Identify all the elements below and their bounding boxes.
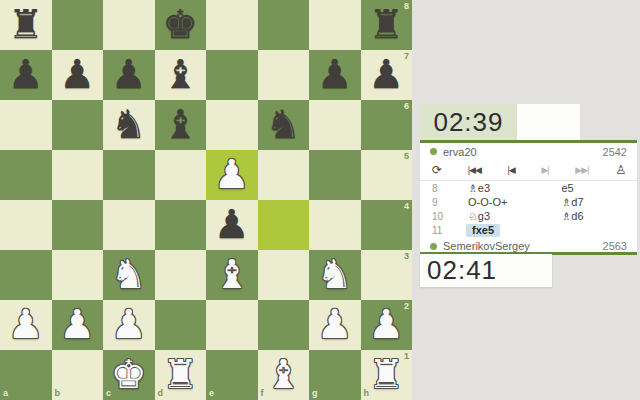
move-10-white[interactable]: ♘g3: [450, 210, 544, 223]
rank-label-6: 6: [404, 102, 409, 111]
white-rook-d1[interactable]: ♜: [155, 350, 207, 400]
first-move-icon[interactable]: |◀◀: [468, 165, 481, 175]
square-f6[interactable]: ♞: [258, 100, 310, 150]
black-knight-c6[interactable]: ♞: [103, 100, 155, 150]
move-11-white[interactable]: fxe5: [454, 224, 566, 236]
square-a4[interactable]: [0, 200, 52, 250]
black-pawn-h7[interactable]: ♟: [361, 50, 413, 100]
square-b3[interactable]: [52, 250, 104, 300]
white-pawn-e5[interactable]: ♟: [206, 150, 258, 200]
square-c4[interactable]: [103, 200, 155, 250]
white-knight-c3[interactable]: ♞: [103, 250, 155, 300]
white-pawn-b2[interactable]: ♟: [52, 300, 104, 350]
white-pawn-g2[interactable]: ♟: [309, 300, 361, 350]
top-player-clock: 02:39: [420, 104, 580, 140]
rank-label-5: 5: [404, 152, 409, 161]
square-b5[interactable]: [52, 150, 104, 200]
square-g7[interactable]: ♟: [309, 50, 361, 100]
square-h4[interactable]: 4: [361, 200, 413, 250]
move-8-white[interactable]: ♗e3: [450, 182, 544, 195]
square-d5[interactable]: [155, 150, 207, 200]
flip-board-icon[interactable]: ⟳: [432, 163, 441, 177]
online-status-dot: [430, 243, 437, 250]
white-pawn-h2[interactable]: ♟: [361, 300, 413, 350]
top-clock-time: 02:39: [420, 104, 517, 140]
square-g3[interactable]: ♞: [309, 250, 361, 300]
square-d2[interactable]: [155, 300, 207, 350]
bottom-player-clock: 02:41: [420, 254, 552, 287]
black-rook-a8[interactable]: ♜: [0, 0, 52, 50]
rank-label-3: 3: [404, 252, 409, 261]
top-player-rating: 2542: [603, 146, 627, 158]
square-h2[interactable]: 2♟: [361, 300, 413, 350]
rank-label-4: 4: [404, 202, 409, 211]
square-g1[interactable]: g: [309, 350, 361, 400]
last-move-icon[interactable]: ▶▶|: [575, 165, 588, 175]
square-e5[interactable]: ♟: [206, 150, 258, 200]
white-pawn-a2[interactable]: ♟: [0, 300, 52, 350]
square-e7[interactable]: [206, 50, 258, 100]
square-f8[interactable]: [258, 0, 310, 50]
square-b7[interactable]: ♟: [52, 50, 104, 100]
move-8-black[interactable]: e5: [543, 182, 637, 194]
square-c1[interactable]: c♚: [103, 350, 155, 400]
square-e1[interactable]: e: [206, 350, 258, 400]
online-status-dot: [430, 148, 437, 155]
square-h3[interactable]: 3: [361, 250, 413, 300]
square-a6[interactable]: [0, 100, 52, 150]
square-f5[interactable]: [258, 150, 310, 200]
white-king-c1[interactable]: ♚: [103, 350, 155, 400]
square-d4[interactable]: [155, 200, 207, 250]
square-c5[interactable]: [103, 150, 155, 200]
move-list: 8♗e3e59O-O-O+♗d710♘g3♗d611fxe5: [420, 181, 637, 238]
bottom-player-rating: 2563: [603, 240, 627, 252]
square-h1[interactable]: 1h♜: [361, 350, 413, 400]
move-navigation-toolbar: ⟳|◀◀|◀▶|▶▶|♙: [420, 160, 637, 181]
square-d3[interactable]: [155, 250, 207, 300]
white-pawn-c2[interactable]: ♟: [103, 300, 155, 350]
square-f3[interactable]: [258, 250, 310, 300]
square-h5[interactable]: 5: [361, 150, 413, 200]
square-d8[interactable]: ♚: [155, 0, 207, 50]
white-bishop-e3[interactable]: ♝: [206, 250, 258, 300]
square-b4[interactable]: [52, 200, 104, 250]
square-f1[interactable]: f♝: [258, 350, 310, 400]
square-f7[interactable]: [258, 50, 310, 100]
square-g2[interactable]: ♟: [309, 300, 361, 350]
white-rook-h1[interactable]: ♜: [361, 350, 413, 400]
square-a1[interactable]: a: [0, 350, 52, 400]
square-c6[interactable]: ♞: [103, 100, 155, 150]
white-knight-g3[interactable]: ♞: [309, 250, 361, 300]
black-bishop-d6[interactable]: ♝: [155, 100, 207, 150]
square-b2[interactable]: ♟: [52, 300, 104, 350]
square-f4[interactable]: [258, 200, 310, 250]
square-e4[interactable]: ♟: [206, 200, 258, 250]
move-9-black[interactable]: ♗d7: [543, 196, 637, 209]
move-number: 10: [420, 211, 450, 222]
black-bishop-d7[interactable]: ♝: [155, 50, 207, 100]
move-row-9: 9O-O-O+♗d7: [420, 195, 637, 209]
file-label-a: a: [3, 389, 8, 398]
square-c2[interactable]: ♟: [103, 300, 155, 350]
move-row-8: 8♗e3e5: [420, 181, 637, 195]
square-g4[interactable]: [309, 200, 361, 250]
bottom-player-row: SemerikovSergey 2563: [420, 238, 637, 254]
file-label-b: b: [55, 389, 61, 398]
square-b8[interactable]: [52, 0, 104, 50]
top-player-name[interactable]: erva20: [443, 146, 603, 158]
move-10-black[interactable]: ♗d6: [543, 210, 637, 223]
square-e8[interactable]: [206, 0, 258, 50]
square-b1[interactable]: b: [52, 350, 104, 400]
chess-app-window: ♜♚8♜♟♟♟♝♟7♟♞♝♞6♟5♟4♞♝♞3♟♟♟♟2♟abc♚d♜ef♝g1…: [0, 0, 640, 400]
file-label-g: g: [312, 389, 318, 398]
previous-move-icon[interactable]: |◀: [508, 165, 515, 175]
move-number: 9: [420, 197, 450, 208]
black-pawn-e4[interactable]: ♟: [206, 200, 258, 250]
black-pawn-c7[interactable]: ♟: [103, 50, 155, 100]
black-king-d8[interactable]: ♚: [155, 0, 207, 50]
move-9-white[interactable]: O-O-O+: [450, 196, 544, 208]
square-c7[interactable]: ♟: [103, 50, 155, 100]
square-h6[interactable]: 6: [361, 100, 413, 150]
square-g8[interactable]: [309, 0, 361, 50]
square-a8[interactable]: ♜: [0, 0, 52, 50]
square-d6[interactable]: ♝: [155, 100, 207, 150]
square-a7[interactable]: ♟: [0, 50, 52, 100]
black-rook-h8[interactable]: ♜: [361, 0, 413, 50]
black-pawn-b7[interactable]: ♟: [52, 50, 104, 100]
pawn-icon[interactable]: ♙: [615, 163, 625, 177]
bottom-clock-time: 02:41: [427, 255, 497, 286]
white-bishop-f1[interactable]: ♝: [258, 350, 310, 400]
move-row-10: 10♘g3♗d6: [420, 209, 637, 223]
square-d1[interactable]: d♜: [155, 350, 207, 400]
square-a3[interactable]: [0, 250, 52, 300]
square-h7[interactable]: 7♟: [361, 50, 413, 100]
square-g5[interactable]: [309, 150, 361, 200]
file-label-e: e: [209, 389, 214, 398]
square-e2[interactable]: [206, 300, 258, 350]
square-a2[interactable]: ♟: [0, 300, 52, 350]
square-e3[interactable]: ♝: [206, 250, 258, 300]
black-knight-f6[interactable]: ♞: [258, 100, 310, 150]
bottom-player-name[interactable]: SemerikovSergey: [443, 240, 603, 252]
square-d7[interactable]: ♝: [155, 50, 207, 100]
square-a5[interactable]: [0, 150, 52, 200]
square-f2[interactable]: [258, 300, 310, 350]
game-panel: erva20 2542 ⟳|◀◀|◀▶|▶▶|♙ 8♗e3e59O-O-O+♗d…: [420, 140, 637, 255]
top-player-row: erva20 2542: [420, 143, 637, 160]
black-pawn-a7[interactable]: ♟: [0, 50, 52, 100]
square-c3[interactable]: ♞: [103, 250, 155, 300]
move-number: 11: [420, 225, 454, 236]
black-pawn-g7[interactable]: ♟: [309, 50, 361, 100]
next-move-icon[interactable]: ▶|: [541, 165, 548, 175]
square-g6[interactable]: [309, 100, 361, 150]
square-h8[interactable]: 8♜: [361, 0, 413, 50]
square-c8[interactable]: [103, 0, 155, 50]
square-b6[interactable]: [52, 100, 104, 150]
move-row-11: 11fxe5: [420, 223, 637, 237]
square-e6[interactable]: [206, 100, 258, 150]
move-number: 8: [420, 183, 450, 194]
chess-board[interactable]: ♜♚8♜♟♟♟♝♟7♟♞♝♞6♟5♟4♞♝♞3♟♟♟♟2♟abc♚d♜ef♝g1…: [0, 0, 412, 400]
